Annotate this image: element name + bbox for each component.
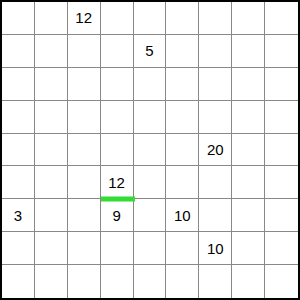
cell-r7c4[interactable] xyxy=(134,232,167,265)
cell-r3c6[interactable] xyxy=(199,101,232,134)
cell-r3c3[interactable] xyxy=(101,101,134,134)
cell-r7c6[interactable]: 10 xyxy=(199,232,232,265)
cell-r7c2[interactable] xyxy=(68,232,101,265)
cell-r0c1[interactable] xyxy=(35,2,68,35)
cell-r4c4[interactable] xyxy=(134,134,167,167)
cell-r6c6[interactable] xyxy=(199,199,232,232)
cell-r7c0[interactable] xyxy=(2,232,35,265)
cell-r2c8[interactable] xyxy=(265,68,298,101)
cell-r7c5[interactable] xyxy=(166,232,199,265)
cell-r8c1[interactable] xyxy=(35,265,68,298)
highlighted-edge[interactable] xyxy=(101,197,135,202)
cell-r0c0[interactable] xyxy=(2,2,35,35)
cell-r1c8[interactable] xyxy=(265,35,298,68)
cell-r8c6[interactable] xyxy=(199,265,232,298)
cell-r5c5[interactable] xyxy=(166,166,199,199)
cell-r5c0[interactable] xyxy=(2,166,35,199)
cell-r7c7[interactable] xyxy=(232,232,265,265)
clue-number: 10 xyxy=(174,208,191,223)
cell-r2c2[interactable] xyxy=(68,68,101,101)
cell-r4c6[interactable]: 20 xyxy=(199,134,232,167)
cell-r6c8[interactable] xyxy=(265,199,298,232)
clue-number: 3 xyxy=(14,208,22,223)
cell-r8c0[interactable] xyxy=(2,265,35,298)
cell-r8c2[interactable] xyxy=(68,265,101,298)
clue-number: 12 xyxy=(75,10,92,25)
cell-r0c8[interactable] xyxy=(265,2,298,35)
cell-r8c4[interactable] xyxy=(134,265,167,298)
cell-r1c4[interactable]: 5 xyxy=(134,35,167,68)
cell-r3c1[interactable] xyxy=(35,101,68,134)
cell-r6c2[interactable] xyxy=(68,199,101,232)
cell-r5c8[interactable] xyxy=(265,166,298,199)
cell-r4c7[interactable] xyxy=(232,134,265,167)
clue-number: 20 xyxy=(207,142,224,157)
cell-r0c7[interactable] xyxy=(232,2,265,35)
cell-r4c0[interactable] xyxy=(2,134,35,167)
cell-r3c4[interactable] xyxy=(134,101,167,134)
cell-r3c0[interactable] xyxy=(2,101,35,134)
cell-r0c4[interactable] xyxy=(134,2,167,35)
cell-r4c2[interactable] xyxy=(68,134,101,167)
cell-r0c2[interactable]: 12 xyxy=(68,2,101,35)
cell-r1c6[interactable] xyxy=(199,35,232,68)
cell-r7c3[interactable] xyxy=(101,232,134,265)
cell-r6c5[interactable]: 10 xyxy=(166,199,199,232)
cell-r1c1[interactable] xyxy=(35,35,68,68)
cell-r1c2[interactable] xyxy=(68,35,101,68)
cell-r5c1[interactable] xyxy=(35,166,68,199)
cell-r5c7[interactable] xyxy=(232,166,265,199)
cell-r7c8[interactable] xyxy=(265,232,298,265)
cell-r4c8[interactable] xyxy=(265,134,298,167)
cell-r3c5[interactable] xyxy=(166,101,199,134)
shikaku-board: 1252012391010 xyxy=(0,0,300,300)
cell-r3c7[interactable] xyxy=(232,101,265,134)
cell-r2c4[interactable] xyxy=(134,68,167,101)
cell-r2c3[interactable] xyxy=(101,68,134,101)
cell-r6c1[interactable] xyxy=(35,199,68,232)
cell-r6c0[interactable]: 3 xyxy=(2,199,35,232)
cell-r2c0[interactable] xyxy=(2,68,35,101)
cell-r2c1[interactable] xyxy=(35,68,68,101)
cell-r1c7[interactable] xyxy=(232,35,265,68)
cell-r2c5[interactable] xyxy=(166,68,199,101)
cell-r5c3[interactable]: 12 xyxy=(101,166,134,199)
cell-r5c2[interactable] xyxy=(68,166,101,199)
shikaku-puzzle: 1252012391010 xyxy=(0,0,300,300)
cell-r4c5[interactable] xyxy=(166,134,199,167)
cell-r1c5[interactable] xyxy=(166,35,199,68)
cell-r1c3[interactable] xyxy=(101,35,134,68)
cell-r5c4[interactable] xyxy=(134,166,167,199)
clue-number: 10 xyxy=(207,241,224,256)
clue-number: 5 xyxy=(145,43,153,58)
cell-r8c3[interactable] xyxy=(101,265,134,298)
cell-r8c8[interactable] xyxy=(265,265,298,298)
cell-r3c8[interactable] xyxy=(265,101,298,134)
clue-number: 9 xyxy=(112,208,120,223)
cell-r1c0[interactable] xyxy=(2,35,35,68)
cell-r5c6[interactable] xyxy=(199,166,232,199)
cell-r0c5[interactable] xyxy=(166,2,199,35)
cell-r4c3[interactable] xyxy=(101,134,134,167)
cell-r6c4[interactable] xyxy=(134,199,167,232)
cell-r0c3[interactable] xyxy=(101,2,134,35)
cell-r7c1[interactable] xyxy=(35,232,68,265)
cell-r2c6[interactable] xyxy=(199,68,232,101)
cell-r8c7[interactable] xyxy=(232,265,265,298)
cell-r6c3[interactable]: 9 xyxy=(101,199,134,232)
cell-r8c5[interactable] xyxy=(166,265,199,298)
cell-r4c1[interactable] xyxy=(35,134,68,167)
cell-r0c6[interactable] xyxy=(199,2,232,35)
clue-number: 12 xyxy=(108,175,125,190)
cell-r6c7[interactable] xyxy=(232,199,265,232)
cell-r2c7[interactable] xyxy=(232,68,265,101)
cell-r3c2[interactable] xyxy=(68,101,101,134)
